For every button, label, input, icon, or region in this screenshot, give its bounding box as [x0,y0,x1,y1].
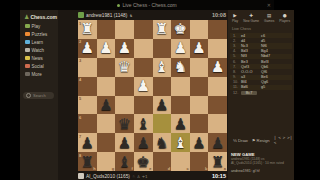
square-e6[interactable]: ♝ [134,114,153,133]
square-g5[interactable]: ♟ [97,96,116,115]
half-point-icon: ½ [233,138,237,143]
bottom-player-name: Al_Quds2010 (1165) [86,174,130,179]
chess-board: 1♜♜♚2♟♟♟♟♟3♛♝♞♟4♟5♟♟6♛♝♟7♟♟♟♞♝♟♟8h♜gf♝e♚… [78,20,227,171]
black-move[interactable]: Be6 [261,75,281,79]
square-g3[interactable] [97,58,116,77]
bottom-player-clock: 10:15 [212,173,227,179]
piece-white-pawn-g2[interactable]: ♟ [99,39,112,57]
panel-tabs: ▶Play✚New Game▤Games●Players [228,10,294,25]
move-row-12: 12.Bc7 [230,90,292,95]
sidebar-item-watch[interactable]: Watch [20,46,58,54]
piece-black-king-e8[interactable]: ♚ [136,153,149,171]
file-label-e: e [149,166,151,171]
square-b3[interactable] [190,58,209,77]
news-icon [25,56,30,61]
rank-label-8: 8 [79,153,81,158]
brand-name: Chess.com [30,14,57,20]
chess-logo-dot-icon [117,4,120,7]
more-icon [25,72,30,77]
square-f7[interactable]: ♟ [115,133,134,152]
bottom-player-avatar[interactable] [78,173,84,179]
learn-icon [25,40,30,45]
square-d4[interactable] [153,77,172,96]
stage: Live Chess - Chess.com ✕ ♟ Chess.com Pla… [0,0,320,180]
tab-label: Play [232,19,238,23]
piece-white-pawn-a3[interactable]: ♟ [211,58,224,76]
draw-button[interactable]: ½ Draw [233,138,248,143]
piece-black-rook-h8[interactable]: ♜ [81,153,94,171]
black-move[interactable]: c6 [261,34,281,38]
resign-flag-icon: ⚑ [252,138,256,143]
piece-white-pawn-b2[interactable]: ♟ [192,39,205,57]
rank-label-6: 6 [79,115,81,120]
square-g1[interactable] [97,20,116,39]
square-a8[interactable]: a♜ [208,152,227,171]
window-close-icon[interactable]: ✕ [267,2,271,8]
chesscom-logo[interactable]: ♟ Chess.com [20,10,58,22]
square-f5[interactable] [115,96,134,115]
last-move-button[interactable]: >| [287,135,292,145]
square-a2[interactable] [208,39,227,58]
sidebar-item-label: Play [32,24,41,29]
sidebar-item-news[interactable]: News [20,54,58,62]
tab-games[interactable]: ▤Games [264,13,274,23]
move-number: 1. [233,34,241,38]
sidebar-item-puzzles[interactable]: Puzzles [20,30,58,38]
black-move[interactable]: Bxf3 [261,60,281,64]
chat-message: andrew1981: gl hf [231,169,291,173]
square-e5[interactable] [134,96,153,115]
move-number: 12. [233,91,241,95]
square-f8[interactable]: f♝ [115,152,134,171]
white-move[interactable]: Be3 [241,60,261,64]
white-move[interactable]: Nc3 [241,44,261,48]
square-d2[interactable] [153,39,172,58]
white-move[interactable]: Bc7 [241,91,257,95]
square-f3[interactable]: ♛ [115,58,134,77]
piece-white-rook-d1[interactable]: ♜ [155,20,168,38]
square-a3[interactable]: ♟ [208,58,227,77]
piece-white-pawn-c2[interactable]: ♟ [174,39,187,57]
players-icon: ● [283,13,287,18]
top-player-name: andrew1981 (1148) [86,13,127,18]
piece-white-bishop-c7[interactable]: ♝ [174,134,187,152]
square-g6[interactable] [97,114,116,133]
square-h7[interactable]: 7♟ [78,133,97,152]
square-e2[interactable] [134,39,153,58]
square-a7[interactable]: ♟ [208,133,227,152]
first-move-button[interactable]: |< [274,135,277,145]
square-c6[interactable]: ♟ [171,114,190,133]
file-label-g: g [112,166,114,171]
square-b1[interactable] [190,20,209,39]
white-move[interactable]: O-O-O [241,70,261,74]
piece-black-bishop-e6[interactable]: ♝ [136,115,149,133]
white-move[interactable]: a3 [241,75,261,79]
square-f4[interactable] [115,77,134,96]
square-a4[interactable] [208,77,227,96]
move-list: 1.e4c62.d4d53.Nc3Nf64.Bd3Bg45.Nf3Nbd76.B… [230,33,292,95]
square-c7[interactable]: ♝ [171,133,190,152]
sidebar-item-more[interactable]: More [20,70,58,78]
move-navigation: |<<>>| [274,135,296,145]
square-c2[interactable]: ♟ [171,39,190,58]
game-actions: ½ Draw ⚑ Resign |<<>>| [228,136,294,144]
square-g8[interactable]: g [97,152,116,171]
rank-label-5: 5 [79,96,81,101]
square-a6[interactable] [208,114,227,133]
white-move[interactable]: Bd3 [241,49,261,53]
white-move[interactable]: e4 [241,34,261,38]
draw-label: Draw [238,138,248,143]
piece-black-pawn-b7[interactable]: ♟ [192,134,205,152]
square-d8[interactable]: d [153,152,172,171]
piece-white-pawn-f2[interactable]: ♟ [118,39,131,57]
black-move[interactable]: g5 [261,85,281,89]
piece-white-pawn-e4[interactable]: ♟ [136,77,149,95]
black-move[interactable]: Nbd7 [261,54,281,58]
piece-black-pawn-d5[interactable]: ♟ [155,96,168,114]
square-b6[interactable] [190,114,209,133]
square-d7[interactable]: ♞ [153,133,172,152]
tab-label: Games [264,19,274,23]
square-d6[interactable] [153,114,172,133]
move-number: 10. [233,80,241,84]
square-b7[interactable]: ♟ [190,133,209,152]
top-player-avatar[interactable] [78,12,84,18]
next-move-button[interactable]: > [283,135,286,145]
play-icon [25,24,30,29]
square-h6[interactable]: 6 [78,114,97,133]
piece-black-bishop-f8[interactable]: ♝ [118,153,131,171]
pawn-logo-icon: ♟ [24,13,29,20]
move-number: 11. [233,85,241,89]
social-icon [25,64,30,69]
move-number: 6. [233,60,241,64]
sidebar-item-label: Watch [32,48,45,53]
tab-label: New Game [243,19,259,23]
piece-black-pawn-a7[interactable]: ♟ [211,134,224,152]
tab-label: Players [279,19,290,23]
sidebar-item-label: News [32,56,43,61]
search-input[interactable]: Search [23,92,54,99]
black-move[interactable]: Qf6 [261,70,281,74]
white-move[interactable]: Nf3 [241,54,261,58]
square-f1[interactable] [115,20,134,39]
piece-white-rook-h1[interactable]: ♜ [81,20,94,38]
watch-icon [25,48,30,53]
file-label-c: c [187,166,189,171]
black-move[interactable]: Qg6 [261,80,281,84]
square-h5[interactable]: 5 [78,96,97,115]
window-title: Live Chess - Chess.com [122,2,176,8]
tab-play[interactable]: ▶Play [232,13,238,23]
file-label-f: f [132,166,133,171]
piece-white-king-c1[interactable]: ♚ [174,20,187,38]
tab-players[interactable]: ●Players [279,13,290,23]
resign-button[interactable]: ⚑ Resign [252,138,270,143]
square-b4[interactable] [190,77,209,96]
move-number: 8. [233,70,241,74]
square-g4[interactable] [97,77,116,96]
piece-black-pawn-f7[interactable]: ♟ [118,134,131,152]
square-b8[interactable]: b [190,152,209,171]
move-number: 2. [233,39,241,43]
piece-black-pawn-h7[interactable]: ♟ [81,134,94,152]
move-number: 3. [233,44,241,48]
move-number: 9. [233,75,241,79]
square-e1[interactable] [134,20,153,39]
search-icon [26,93,31,98]
square-h3[interactable]: 3 [78,58,97,77]
square-c5[interactable] [171,96,190,115]
square-e8[interactable]: e♚ [134,152,153,171]
square-a1[interactable] [208,20,227,39]
move-number: 4. [233,49,241,53]
square-d1[interactable]: ♜ [153,20,172,39]
piece-black-queen-f6[interactable]: ♛ [118,115,131,133]
square-c4[interactable] [171,77,190,96]
white-move[interactable]: d4 [241,39,261,43]
previous-move-button[interactable]: < [278,135,281,145]
top-player-bar: andrew1981 (1148) ♞ 10:08 [78,11,227,19]
square-b2[interactable]: ♟ [190,39,209,58]
square-f2[interactable]: ♟ [115,39,134,58]
black-move[interactable]: Bg4 [261,49,281,53]
file-label-a: a [224,166,226,171]
square-c8[interactable]: c [171,152,190,171]
new-game-icon: ✚ [249,13,253,18]
rank-label-7: 7 [79,134,81,139]
square-h2[interactable]: 2♟ [78,39,97,58]
square-e7[interactable]: ♟ [134,133,153,152]
square-g2[interactable]: ♟ [97,39,116,58]
sidebar-item-label: Puzzles [32,32,48,37]
square-e4[interactable]: ♟ [134,77,153,96]
file-label-b: b [205,166,207,171]
rank-label-4: 4 [79,77,81,82]
sidebar-item-learn[interactable]: Learn [20,38,58,46]
tab-new-game[interactable]: ✚New Game [243,13,259,23]
move-number: 5. [233,54,241,58]
top-player-clock: 10:08 [212,12,227,18]
games-icon: ▤ [267,13,271,18]
white-move[interactable]: Bd6 [241,85,261,89]
square-g7[interactable] [97,133,116,152]
sidebar-item-label: Social [32,64,44,69]
square-d3[interactable]: ♝ [153,58,172,77]
file-label-h: h [93,166,95,171]
piece-white-knight-c3[interactable]: ♞ [174,58,187,76]
square-d5[interactable]: ♟ [153,96,172,115]
sidebar-item-label: Learn [32,40,44,45]
piece-black-pawn-g5[interactable]: ♟ [99,96,112,114]
panel-subtitle: Live Chess [228,25,294,32]
black-move[interactable]: Qb6 [261,65,281,69]
sidebar-item-social[interactable]: Social [20,62,58,70]
sidebar-item-play[interactable]: Play [20,22,58,30]
piece-white-bishop-d3[interactable]: ♝ [155,58,168,76]
white-move[interactable]: Qxf3 [241,65,261,69]
rank-label-3: 3 [79,58,81,63]
black-move[interactable]: Nf6 [261,44,281,48]
chat-box: NEW GAME andrew1981 (1148) vs Al_Quds201… [228,150,294,180]
resign-label: Resign [257,138,270,143]
piece-white-queen-f3[interactable]: ♛ [118,58,131,76]
top-player-captured-pieces: ♞ [129,13,133,18]
square-h1[interactable]: 1♜ [78,20,97,39]
sidebar-item-label: More [32,72,42,77]
white-move[interactable]: Bf4 [241,80,261,84]
square-b5[interactable] [190,96,209,115]
black-move[interactable]: d5 [261,39,281,43]
chat-timecontrol-line: Al_Quds2010 (1165) · 10 min rated [231,161,291,165]
bottom-player-bar: Al_Quds2010 (1165) ♘ ♙ +1 10:15 [78,172,227,180]
square-e3[interactable] [134,58,153,77]
file-label-d: d [168,166,170,171]
app-window: Live Chess - Chess.com ✕ ♟ Chess.com Pla… [20,0,274,180]
piece-black-rook-a8[interactable]: ♜ [211,153,224,171]
sidebar-menu: PlayPuzzlesLearnWatchNewsSocialMore [20,22,58,78]
bottom-player-captured-pieces: ♘ ♙ +1 [132,174,148,179]
square-c3[interactable]: ♞ [171,58,190,77]
play-icon: ▶ [233,13,236,18]
square-a5[interactable] [208,96,227,115]
search-placeholder: Search [33,93,46,98]
rank-label-2: 2 [79,39,81,44]
square-h8[interactable]: 8h♜ [78,152,97,171]
piece-black-pawn-e7[interactable]: ♟ [136,134,149,152]
square-c1[interactable]: ♚ [171,20,190,39]
window-titlebar: Live Chess - Chess.com ✕ [20,0,274,10]
sidebar: ♟ Chess.com PlayPuzzlesLearnWatchNewsSoc… [20,10,58,180]
piece-black-knight-d7[interactable]: ♞ [155,134,168,152]
rank-label-1: 1 [79,21,81,26]
piece-white-pawn-h2[interactable]: ♟ [81,39,94,57]
square-f6[interactable]: ♛ [115,114,134,133]
move-number: 7. [233,65,241,69]
square-h4[interactable]: 4 [78,77,97,96]
piece-black-pawn-c6[interactable]: ♟ [174,115,187,133]
puzzles-icon [25,32,30,37]
